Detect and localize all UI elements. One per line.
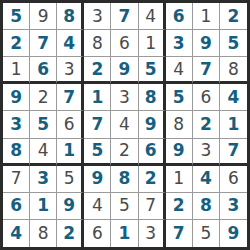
cell-r1c4[interactable]: 3	[84, 3, 111, 30]
cell-r3c4[interactable]: 2	[84, 57, 111, 84]
cell-r1c7[interactable]: 6	[166, 3, 193, 30]
cell-r2c1[interactable]: 2	[3, 30, 30, 57]
cell-r5c5[interactable]: 4	[111, 111, 138, 138]
cell-r7c6[interactable]: 2	[139, 166, 166, 193]
cell-r7c3[interactable]: 5	[57, 166, 84, 193]
cell-r6c3[interactable]: 1	[57, 139, 84, 166]
cell-r8c5[interactable]: 5	[111, 193, 138, 220]
cell-r1c1[interactable]: 5	[3, 3, 30, 30]
sudoku-board: 5983746122748613951632954789271385643567…	[0, 0, 250, 250]
cell-r8c1[interactable]: 6	[3, 193, 30, 220]
cell-r2c6[interactable]: 1	[139, 30, 166, 57]
cell-r3c6[interactable]: 5	[139, 57, 166, 84]
cell-r6c8[interactable]: 3	[193, 139, 220, 166]
cell-r8c4[interactable]: 4	[84, 193, 111, 220]
cell-r8c6[interactable]: 7	[139, 193, 166, 220]
cell-r1c3[interactable]: 8	[57, 3, 84, 30]
cell-r5c6[interactable]: 9	[139, 111, 166, 138]
cell-r8c8[interactable]: 8	[193, 193, 220, 220]
cell-r5c3[interactable]: 6	[57, 111, 84, 138]
cell-r3c2[interactable]: 6	[30, 57, 57, 84]
cell-r2c7[interactable]: 3	[166, 30, 193, 57]
cell-r2c2[interactable]: 7	[30, 30, 57, 57]
cell-r6c6[interactable]: 6	[139, 139, 166, 166]
cell-r7c4[interactable]: 9	[84, 166, 111, 193]
cell-r9c2[interactable]: 8	[30, 220, 57, 247]
cell-r7c5[interactable]: 8	[111, 166, 138, 193]
cell-r4c6[interactable]: 8	[139, 84, 166, 111]
cell-r5c4[interactable]: 7	[84, 111, 111, 138]
cell-r9c4[interactable]: 6	[84, 220, 111, 247]
cell-r2c5[interactable]: 6	[111, 30, 138, 57]
cell-r7c7[interactable]: 1	[166, 166, 193, 193]
cell-r3c9[interactable]: 8	[220, 57, 247, 84]
cell-r2c4[interactable]: 8	[84, 30, 111, 57]
cell-r1c2[interactable]: 9	[30, 3, 57, 30]
cell-r4c9[interactable]: 4	[220, 84, 247, 111]
cell-r4c7[interactable]: 5	[166, 84, 193, 111]
cell-r9c1[interactable]: 4	[3, 220, 30, 247]
cell-r6c2[interactable]: 4	[30, 139, 57, 166]
cell-r3c8[interactable]: 7	[193, 57, 220, 84]
cell-r6c1[interactable]: 8	[3, 139, 30, 166]
cell-r8c9[interactable]: 3	[220, 193, 247, 220]
cell-r5c7[interactable]: 8	[166, 111, 193, 138]
cell-r1c6[interactable]: 4	[139, 3, 166, 30]
cell-r4c2[interactable]: 2	[30, 84, 57, 111]
cell-r2c9[interactable]: 5	[220, 30, 247, 57]
cell-r9c6[interactable]: 3	[139, 220, 166, 247]
cell-r1c5[interactable]: 7	[111, 3, 138, 30]
cell-r5c1[interactable]: 3	[3, 111, 30, 138]
cell-r3c1[interactable]: 1	[3, 57, 30, 84]
cell-r5c2[interactable]: 5	[30, 111, 57, 138]
cell-r8c3[interactable]: 9	[57, 193, 84, 220]
cell-r4c5[interactable]: 3	[111, 84, 138, 111]
cell-r9c8[interactable]: 5	[193, 220, 220, 247]
cell-r2c3[interactable]: 4	[57, 30, 84, 57]
cell-r7c8[interactable]: 4	[193, 166, 220, 193]
cell-r7c9[interactable]: 6	[220, 166, 247, 193]
cell-r4c3[interactable]: 7	[57, 84, 84, 111]
cell-r9c5[interactable]: 1	[111, 220, 138, 247]
cell-r9c3[interactable]: 2	[57, 220, 84, 247]
cell-r6c7[interactable]: 9	[166, 139, 193, 166]
cell-r5c9[interactable]: 1	[220, 111, 247, 138]
cell-r8c7[interactable]: 2	[166, 193, 193, 220]
cell-r6c4[interactable]: 5	[84, 139, 111, 166]
cell-r2c8[interactable]: 9	[193, 30, 220, 57]
cell-r1c9[interactable]: 2	[220, 3, 247, 30]
cell-r9c9[interactable]: 9	[220, 220, 247, 247]
cell-r4c8[interactable]: 6	[193, 84, 220, 111]
cell-r6c5[interactable]: 2	[111, 139, 138, 166]
cell-r1c8[interactable]: 1	[193, 3, 220, 30]
cell-r3c7[interactable]: 4	[166, 57, 193, 84]
cell-r8c2[interactable]: 1	[30, 193, 57, 220]
cell-r7c2[interactable]: 3	[30, 166, 57, 193]
cell-r4c4[interactable]: 1	[84, 84, 111, 111]
cell-r3c5[interactable]: 9	[111, 57, 138, 84]
cell-r5c8[interactable]: 2	[193, 111, 220, 138]
cell-r6c9[interactable]: 7	[220, 139, 247, 166]
cell-r4c1[interactable]: 9	[3, 84, 30, 111]
cell-r7c1[interactable]: 7	[3, 166, 30, 193]
cell-r9c7[interactable]: 7	[166, 220, 193, 247]
cell-r3c3[interactable]: 3	[57, 57, 84, 84]
